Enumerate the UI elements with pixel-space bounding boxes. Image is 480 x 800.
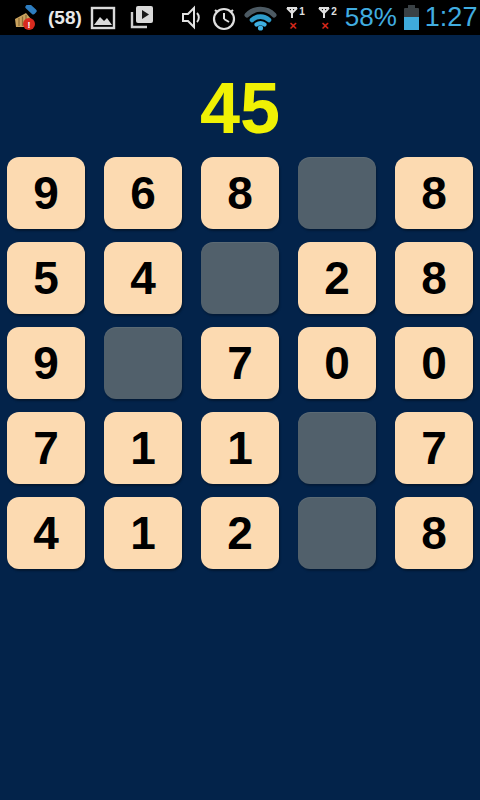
target-sum-label: 45 [0,73,480,143]
tile-r5c2[interactable]: 1 [104,497,182,569]
tile-r3c4[interactable]: 0 [298,327,376,399]
tile-r1c1[interactable]: 9 [7,157,85,229]
empty-tile-r1c4 [298,157,376,229]
tile-r2c4[interactable]: 2 [298,242,376,314]
sim1-no-signal-icon: 1 × [285,4,309,32]
tile-r2c2[interactable]: 4 [104,242,182,314]
board-grid: 96885428970071174128 [7,157,480,569]
tile-r2c1[interactable]: 5 [7,242,85,314]
empty-tile-r2c3 [201,242,279,314]
tile-r4c3[interactable]: 1 [201,412,279,484]
volume-icon[interactable] [179,4,206,31]
tile-r4c5[interactable]: 7 [395,412,473,484]
tile-r1c2[interactable]: 6 [104,157,182,229]
tile-r5c1[interactable]: 4 [7,497,85,569]
svg-text:×: × [289,18,297,32]
svg-text:1: 1 [299,6,305,17]
time-value: 1:27 [425,2,478,33]
empty-tile-r3c2 [104,327,182,399]
tile-r3c3[interactable]: 7 [201,327,279,399]
clock-label: 1:27 AM [425,2,480,33]
clean-sweep-notification-icon[interactable]: ! [12,5,38,31]
svg-text:2: 2 [331,6,337,17]
svg-text:!: ! [28,20,31,30]
status-bar: ! (58) [0,0,480,35]
battery-icon [404,6,419,30]
counter-58-icon[interactable]: (58) [48,7,82,29]
sim2-no-signal-icon: 2 × [317,4,341,32]
battery-percent-label: 58% [345,2,397,33]
tile-r1c5[interactable]: 8 [395,157,473,229]
tile-r5c5[interactable]: 8 [395,497,473,569]
app-screen: ! (58) [0,0,480,800]
tile-r2c5[interactable]: 8 [395,242,473,314]
tile-r4c2[interactable]: 1 [104,412,182,484]
tile-r1c3[interactable]: 8 [201,157,279,229]
tile-r4c1[interactable]: 7 [7,412,85,484]
empty-tile-r4c4 [298,412,376,484]
empty-tile-r5c4 [298,497,376,569]
tile-r3c5[interactable]: 0 [395,327,473,399]
alarm-clock-icon[interactable] [210,4,238,32]
svg-text:×: × [321,18,329,32]
screenshot-play-icon[interactable] [128,4,155,31]
tile-r3c1[interactable]: 9 [7,327,85,399]
wifi-icon[interactable] [244,4,277,31]
gallery-icon[interactable] [90,5,116,31]
tile-r5c3[interactable]: 2 [201,497,279,569]
